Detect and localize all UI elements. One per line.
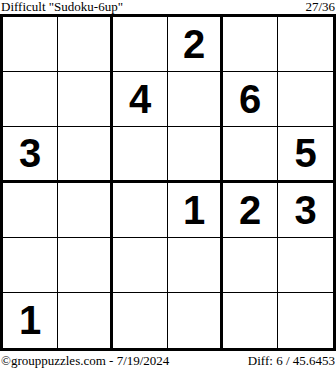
difficulty-label: Diff: 6 / 45.6453 bbox=[248, 353, 335, 368]
cell-r1c3[interactable] bbox=[113, 17, 168, 72]
cell-r2c1[interactable] bbox=[3, 72, 58, 127]
cell-r2c6[interactable] bbox=[278, 72, 333, 127]
cell-r3c3[interactable] bbox=[113, 127, 168, 182]
cell-r5c1[interactable] bbox=[3, 238, 58, 293]
cell-r1c5[interactable] bbox=[223, 17, 278, 72]
puzzle-title: Difficult "Sudoku-6up" bbox=[1, 0, 123, 13]
cell-r6c6[interactable] bbox=[278, 293, 333, 348]
cell-r4c4-given[interactable]: 1 bbox=[168, 183, 223, 238]
cell-r2c3-given[interactable]: 4 bbox=[113, 72, 168, 127]
cell-r2c2[interactable] bbox=[58, 72, 113, 127]
header: Difficult "Sudoku-6up" 27/36 bbox=[0, 0, 336, 14]
cell-r4c2[interactable] bbox=[58, 183, 113, 238]
cell-r2c5-given[interactable]: 6 bbox=[223, 72, 278, 127]
cell-r3c5[interactable] bbox=[223, 127, 278, 182]
copyright-credit: ©grouppuzzles.com - 7/19/2024 bbox=[1, 353, 169, 368]
cell-r3c1-given[interactable]: 3 bbox=[3, 127, 58, 182]
cell-r5c3[interactable] bbox=[113, 238, 168, 293]
sudoku-board: 246351231 bbox=[0, 14, 336, 351]
cell-r4c3[interactable] bbox=[113, 183, 168, 238]
cell-r1c1[interactable] bbox=[3, 17, 58, 72]
cell-r6c2[interactable] bbox=[58, 293, 113, 348]
cell-r3c4[interactable] bbox=[168, 127, 223, 182]
cell-r1c4-given[interactable]: 2 bbox=[168, 17, 223, 72]
cell-r3c6-given[interactable]: 5 bbox=[278, 127, 333, 182]
footer: ©grouppuzzles.com - 7/19/2024 Diff: 6 / … bbox=[0, 351, 336, 370]
cells-remaining-counter: 27/36 bbox=[305, 0, 335, 13]
cell-r5c2[interactable] bbox=[58, 238, 113, 293]
cell-r3c2[interactable] bbox=[58, 127, 113, 182]
cell-r5c6[interactable] bbox=[278, 238, 333, 293]
puzzle-page: Difficult "Sudoku-6up" 27/36 246351231 ©… bbox=[0, 0, 336, 370]
cell-r6c3[interactable] bbox=[113, 293, 168, 348]
cell-r4c1[interactable] bbox=[3, 183, 58, 238]
cell-r4c5-given[interactable]: 2 bbox=[223, 183, 278, 238]
cell-r2c4[interactable] bbox=[168, 72, 223, 127]
cell-r5c5[interactable] bbox=[223, 238, 278, 293]
cell-r5c4[interactable] bbox=[168, 238, 223, 293]
cell-r1c2[interactable] bbox=[58, 17, 113, 72]
cell-r6c1-given[interactable]: 1 bbox=[3, 293, 58, 348]
cell-r6c5[interactable] bbox=[223, 293, 278, 348]
cell-r1c6[interactable] bbox=[278, 17, 333, 72]
cell-r6c4[interactable] bbox=[168, 293, 223, 348]
cell-r4c6-given[interactable]: 3 bbox=[278, 183, 333, 238]
